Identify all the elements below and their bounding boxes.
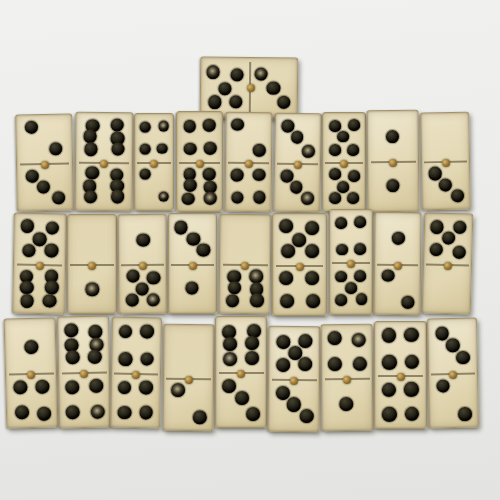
brass-pin-icon bbox=[184, 375, 192, 383]
half-b-6-pips bbox=[13, 263, 65, 313]
pip bbox=[20, 281, 34, 295]
half-b-5-pips bbox=[330, 262, 372, 314]
pip bbox=[157, 143, 168, 154]
pip bbox=[354, 217, 366, 229]
pip bbox=[298, 357, 312, 371]
pip bbox=[171, 383, 185, 397]
brass-pin-icon bbox=[138, 262, 146, 270]
pip bbox=[140, 352, 154, 366]
pip bbox=[292, 233, 306, 247]
brass-pin-icon bbox=[247, 84, 255, 92]
brass-pin-icon bbox=[347, 260, 355, 268]
half-a-5-pips bbox=[323, 113, 365, 162]
pip bbox=[184, 179, 197, 192]
domino-tile-5-0[interactable] bbox=[422, 212, 474, 314]
pip bbox=[227, 281, 241, 295]
pip bbox=[187, 232, 200, 245]
domino-tile-0-2[interactable] bbox=[163, 324, 215, 431]
divider-line bbox=[276, 265, 324, 267]
half-b-1-pips bbox=[169, 264, 216, 314]
pip bbox=[45, 243, 59, 257]
pip bbox=[13, 380, 27, 394]
domino-tile-4-5[interactable] bbox=[329, 209, 373, 315]
pip bbox=[267, 82, 280, 95]
domino-tile-1-1[interactable] bbox=[367, 110, 420, 212]
half-a-4-pips bbox=[322, 325, 372, 378]
pip bbox=[453, 220, 467, 234]
pip bbox=[291, 131, 304, 144]
pip bbox=[352, 333, 366, 347]
brass-pin-icon bbox=[237, 370, 245, 378]
domino-tile-4-4[interactable] bbox=[110, 317, 162, 429]
pip bbox=[382, 269, 395, 282]
half-b-2-pips bbox=[375, 263, 420, 314]
pip bbox=[250, 294, 264, 308]
half-b-4-pips bbox=[59, 372, 110, 428]
pip bbox=[276, 334, 290, 348]
pip bbox=[452, 245, 466, 259]
pip bbox=[208, 95, 221, 108]
pip bbox=[244, 336, 258, 350]
half-a-4-pips bbox=[112, 318, 161, 373]
pip bbox=[392, 232, 405, 245]
brass-pin-icon bbox=[189, 262, 197, 270]
domino-tile-2-3[interactable] bbox=[15, 114, 74, 212]
domino-tile-3-2[interactable] bbox=[427, 318, 479, 429]
pip bbox=[65, 380, 79, 394]
half-a-3-pips bbox=[169, 214, 216, 264]
half-b-1-pips bbox=[368, 161, 418, 211]
half-a-0-pips bbox=[164, 325, 213, 378]
pip bbox=[348, 170, 360, 182]
pip bbox=[328, 357, 342, 371]
divider-line bbox=[332, 262, 370, 264]
pip bbox=[37, 180, 50, 193]
pip bbox=[280, 169, 293, 182]
brass-pin-icon bbox=[196, 160, 204, 168]
pip bbox=[22, 244, 36, 258]
half-a-0-pips bbox=[220, 215, 270, 264]
pip bbox=[14, 405, 28, 419]
half-a-5-pips bbox=[424, 213, 472, 264]
pip bbox=[280, 294, 294, 308]
pip bbox=[218, 82, 231, 95]
divider-line bbox=[325, 377, 370, 379]
pip bbox=[386, 179, 400, 193]
pip bbox=[84, 190, 97, 203]
half-a-0-pips bbox=[421, 113, 469, 162]
pip bbox=[89, 379, 103, 393]
pip bbox=[281, 244, 295, 258]
half-b-4-pips bbox=[111, 372, 160, 427]
domino-tile-4-6[interactable] bbox=[176, 111, 223, 212]
divider-line bbox=[79, 161, 129, 163]
domino-tile-6-6[interactable] bbox=[75, 112, 134, 212]
pip bbox=[302, 145, 315, 158]
pip bbox=[329, 192, 341, 204]
pip bbox=[298, 334, 312, 348]
pip bbox=[253, 191, 266, 204]
pip bbox=[405, 355, 419, 369]
pip bbox=[25, 120, 38, 133]
pip bbox=[276, 358, 290, 372]
pip bbox=[329, 168, 341, 180]
pip bbox=[85, 166, 98, 179]
half-b-2-pips bbox=[135, 162, 173, 210]
pip bbox=[230, 68, 243, 81]
brass-pin-icon bbox=[290, 377, 298, 385]
half-a-5-pips bbox=[269, 327, 319, 379]
pip bbox=[436, 379, 450, 393]
brass-pin-icon bbox=[397, 373, 405, 381]
pip bbox=[182, 192, 195, 205]
pip bbox=[231, 118, 244, 131]
half-b-6-pips bbox=[76, 161, 132, 210]
half-b-4-pips bbox=[375, 375, 426, 428]
pip bbox=[279, 271, 293, 285]
pip bbox=[354, 270, 366, 282]
half-a-1-pips bbox=[375, 213, 420, 264]
half-a-4-pips bbox=[330, 210, 372, 262]
pip bbox=[451, 189, 464, 202]
domino-tile-5-3[interactable] bbox=[268, 326, 321, 432]
domino-tile-2-4[interactable] bbox=[225, 112, 273, 212]
pip bbox=[223, 352, 237, 366]
pip bbox=[49, 142, 62, 155]
pip bbox=[204, 192, 217, 205]
domino-tile-4-4[interactable] bbox=[374, 321, 427, 429]
pip bbox=[64, 323, 78, 337]
domino-tile-1-4[interactable] bbox=[4, 317, 59, 428]
pip bbox=[140, 324, 154, 338]
pip bbox=[276, 385, 290, 399]
pip bbox=[45, 281, 59, 295]
half-b-5-pips bbox=[323, 162, 365, 211]
domino-tile-4-1[interactable] bbox=[321, 324, 374, 431]
pip bbox=[329, 120, 341, 132]
pip bbox=[175, 221, 188, 234]
half-b-6-pips bbox=[220, 264, 270, 313]
brass-pin-icon bbox=[150, 160, 158, 168]
half-a-4-pips bbox=[135, 114, 173, 162]
domino-tile-6-3[interactable] bbox=[215, 316, 267, 428]
pip bbox=[231, 169, 244, 182]
divider-line bbox=[219, 372, 264, 374]
pip bbox=[456, 351, 470, 365]
pip bbox=[84, 143, 97, 156]
pip bbox=[146, 293, 159, 306]
half-b-5-pips bbox=[119, 264, 166, 313]
pip bbox=[139, 169, 150, 180]
pip bbox=[43, 294, 57, 308]
divider-line bbox=[271, 379, 316, 381]
half-b-4-pips bbox=[226, 162, 271, 211]
pip bbox=[139, 406, 153, 420]
half-b-3-pips bbox=[269, 379, 319, 431]
pip bbox=[435, 326, 449, 340]
pip bbox=[441, 231, 455, 245]
brass-pin-icon bbox=[88, 262, 96, 270]
pip bbox=[222, 337, 236, 351]
pip bbox=[446, 339, 460, 353]
half-b-4-pips bbox=[273, 265, 326, 316]
brass-pin-icon bbox=[296, 263, 304, 271]
half-a-1-pips bbox=[368, 111, 418, 161]
pip bbox=[335, 271, 347, 283]
half-a-3-pips bbox=[275, 114, 321, 163]
divider-line bbox=[325, 162, 363, 164]
pip bbox=[335, 294, 347, 306]
pip bbox=[119, 352, 133, 366]
half-a-6-pips bbox=[76, 113, 132, 162]
pip bbox=[135, 282, 148, 295]
divider-line bbox=[179, 162, 220, 164]
pip bbox=[439, 178, 452, 191]
half-a-0-pips bbox=[68, 215, 116, 264]
pip bbox=[352, 357, 366, 371]
pip bbox=[382, 355, 396, 369]
domino-tile-5-4[interactable] bbox=[272, 213, 327, 316]
pip bbox=[405, 407, 419, 421]
pip bbox=[404, 382, 418, 396]
half-a-2-pips bbox=[16, 115, 72, 163]
pip bbox=[119, 325, 133, 339]
pip bbox=[235, 391, 249, 405]
pip bbox=[337, 181, 349, 193]
half-a-3-pips bbox=[428, 319, 477, 374]
pip bbox=[329, 144, 341, 156]
pip bbox=[126, 294, 139, 307]
half-a-5-pips bbox=[273, 214, 326, 265]
domino-tile-1-2[interactable] bbox=[374, 212, 422, 315]
pip bbox=[301, 192, 314, 205]
pip bbox=[20, 294, 34, 308]
pip bbox=[110, 119, 123, 132]
pip bbox=[327, 331, 341, 345]
pip bbox=[254, 68, 267, 81]
pip bbox=[305, 221, 319, 235]
pip bbox=[382, 383, 396, 397]
half-b-3-pips bbox=[216, 372, 266, 427]
pip bbox=[185, 281, 198, 294]
pip bbox=[65, 350, 79, 364]
pip bbox=[225, 294, 239, 308]
pip bbox=[385, 130, 399, 144]
pip bbox=[66, 405, 80, 419]
pip bbox=[245, 351, 259, 365]
pip bbox=[184, 142, 197, 155]
pip bbox=[45, 221, 59, 235]
domino-tile-4-2[interactable] bbox=[134, 113, 174, 211]
half-b-3-pips bbox=[274, 162, 320, 211]
pip bbox=[253, 168, 266, 181]
pip bbox=[345, 282, 357, 294]
domino-tile-0-1[interactable] bbox=[67, 214, 117, 314]
pip bbox=[277, 95, 290, 108]
pip bbox=[158, 121, 169, 132]
half-b-4-pips bbox=[6, 372, 57, 427]
half-b-2-pips bbox=[164, 377, 213, 430]
domino-tile-5-5[interactable] bbox=[322, 112, 366, 212]
pip bbox=[337, 131, 349, 143]
pip bbox=[137, 233, 150, 246]
pip bbox=[279, 219, 293, 233]
pip bbox=[203, 119, 216, 132]
half-b-0-pips bbox=[423, 263, 471, 314]
pip bbox=[139, 122, 150, 133]
brass-pin-icon bbox=[244, 160, 252, 168]
pip bbox=[249, 270, 263, 284]
domino-tile-5-3[interactable] bbox=[200, 57, 299, 120]
divider-line bbox=[171, 264, 213, 266]
brass-pin-icon bbox=[389, 159, 397, 167]
divider-line bbox=[228, 162, 269, 164]
pip bbox=[335, 217, 347, 229]
pip bbox=[126, 269, 139, 282]
half-b-3-pips bbox=[422, 161, 470, 210]
pip bbox=[253, 144, 266, 157]
pip bbox=[336, 244, 348, 256]
pip bbox=[111, 142, 124, 155]
half-a-5-pips bbox=[14, 214, 66, 264]
domino-tile-1-5[interactable] bbox=[118, 214, 168, 314]
pip bbox=[229, 95, 242, 108]
pip bbox=[192, 411, 206, 425]
pip bbox=[203, 168, 216, 181]
brass-pin-icon bbox=[241, 262, 249, 270]
half-b-3-pips bbox=[17, 162, 73, 210]
pip bbox=[87, 349, 101, 363]
divider-line bbox=[121, 264, 163, 266]
pip bbox=[348, 119, 360, 131]
pip bbox=[206, 65, 219, 78]
pip bbox=[118, 406, 132, 420]
pip bbox=[356, 294, 368, 306]
pip bbox=[231, 191, 244, 204]
pip bbox=[347, 192, 359, 204]
pip bbox=[299, 409, 313, 423]
dominoes-photo bbox=[0, 0, 500, 500]
brass-pin-icon bbox=[100, 159, 108, 167]
half-a-6-pips bbox=[216, 317, 266, 372]
pip bbox=[204, 142, 217, 155]
pip bbox=[290, 181, 303, 194]
pip bbox=[118, 381, 132, 395]
domino-tile-6-4[interactable] bbox=[57, 316, 111, 429]
pip bbox=[36, 407, 50, 421]
half-a-4-pips bbox=[177, 112, 222, 162]
domino-tile-3-3[interactable] bbox=[273, 113, 322, 213]
domino-tile-5-6[interactable] bbox=[12, 213, 67, 315]
pip bbox=[305, 244, 319, 258]
brass-pin-icon bbox=[393, 261, 401, 269]
pip bbox=[52, 191, 65, 204]
pip bbox=[430, 220, 444, 234]
pip bbox=[404, 328, 418, 342]
pip bbox=[25, 169, 38, 182]
divider-line bbox=[137, 162, 171, 164]
half-a-6-pips bbox=[58, 317, 109, 373]
pip bbox=[111, 190, 124, 203]
half-b-3-pips bbox=[249, 58, 298, 118]
pip bbox=[139, 381, 153, 395]
brass-pin-icon bbox=[343, 375, 351, 383]
half-b-1-pips bbox=[322, 377, 372, 430]
pip bbox=[85, 283, 99, 297]
pip bbox=[382, 328, 396, 342]
pip bbox=[32, 232, 46, 246]
brass-pin-icon bbox=[340, 160, 348, 168]
pip bbox=[35, 379, 49, 393]
pip bbox=[197, 244, 210, 257]
half-a-5-pips bbox=[201, 58, 250, 118]
pip bbox=[305, 271, 319, 285]
pip bbox=[20, 219, 34, 233]
half-b-6-pips bbox=[177, 162, 222, 212]
domino-tile-0-6[interactable] bbox=[219, 214, 272, 314]
half-a-1-pips bbox=[119, 215, 166, 264]
half-a-4-pips bbox=[375, 322, 426, 375]
pip bbox=[245, 407, 259, 421]
pip bbox=[382, 407, 396, 421]
pip bbox=[281, 119, 294, 132]
divider-line bbox=[378, 375, 424, 377]
pip bbox=[306, 294, 320, 308]
pip bbox=[83, 129, 96, 142]
domino-tile-0-3[interactable] bbox=[420, 112, 471, 211]
half-b-1-pips bbox=[68, 264, 116, 313]
pip bbox=[222, 379, 236, 393]
pip bbox=[140, 144, 151, 155]
half-b-2-pips bbox=[429, 373, 478, 428]
pip bbox=[183, 120, 196, 133]
pip bbox=[401, 296, 414, 309]
divider-line bbox=[371, 161, 416, 163]
divider-line bbox=[222, 264, 267, 266]
pip bbox=[24, 340, 38, 354]
divider-line bbox=[377, 263, 418, 265]
half-a-2-pips bbox=[226, 113, 271, 162]
pip bbox=[90, 404, 104, 418]
pip bbox=[158, 191, 169, 202]
divider-line bbox=[166, 377, 210, 379]
pip bbox=[354, 243, 366, 255]
pip bbox=[458, 407, 472, 421]
pip bbox=[147, 271, 160, 284]
pip bbox=[347, 144, 359, 156]
pip bbox=[429, 243, 443, 257]
pip bbox=[339, 397, 353, 411]
pip bbox=[429, 167, 442, 180]
divider-line bbox=[70, 264, 113, 266]
pip bbox=[286, 397, 300, 411]
domino-tile-3-1[interactable] bbox=[168, 213, 217, 314]
half-a-1-pips bbox=[5, 318, 56, 373]
